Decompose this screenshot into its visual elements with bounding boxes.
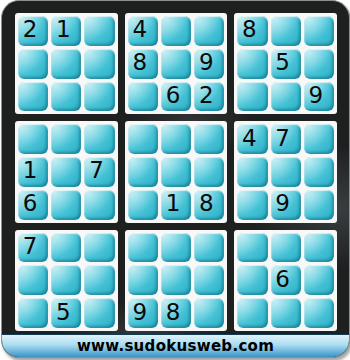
given-digit: 6: [23, 192, 38, 215]
cell-r9c6[interactable]: [194, 298, 224, 328]
given-digit: 9: [275, 192, 290, 215]
given-digit: 8: [166, 301, 181, 324]
sudoku-box-2-2: 18: [125, 121, 228, 222]
cell-r1c7[interactable]: 8: [237, 16, 267, 46]
cell-r6c2[interactable]: [51, 190, 81, 220]
cell-r8c8[interactable]: 6: [271, 265, 301, 295]
given-digit: 2: [199, 84, 214, 107]
cell-r6c3[interactable]: [84, 190, 114, 220]
cell-r1c6[interactable]: [194, 16, 224, 46]
cell-r1c5[interactable]: [161, 16, 191, 46]
given-digit: 9: [132, 301, 147, 324]
given-digit: 7: [275, 127, 290, 150]
given-digit: 5: [275, 51, 290, 74]
cell-r3c3[interactable]: [84, 82, 114, 112]
cell-r3c7[interactable]: [237, 82, 267, 112]
cell-r7c4[interactable]: [128, 233, 158, 263]
cell-r9c9[interactable]: [304, 298, 334, 328]
given-digit: 6: [275, 268, 290, 291]
given-digit: 1: [166, 192, 181, 215]
cell-r2c3[interactable]: [84, 49, 114, 79]
cell-r2c9[interactable]: [304, 49, 334, 79]
cell-r6c9[interactable]: [304, 190, 334, 220]
cell-r9c7[interactable]: [237, 298, 267, 328]
cell-r6c7[interactable]: [237, 190, 267, 220]
cell-r7c9[interactable]: [304, 233, 334, 263]
cell-r4c4[interactable]: [128, 124, 158, 154]
given-digit: 7: [89, 159, 104, 182]
given-digit: 6: [166, 84, 181, 107]
sudoku-box-1-3: 859: [234, 13, 337, 114]
cell-r5c3[interactable]: 7: [84, 157, 114, 187]
cell-r2c6[interactable]: 9: [194, 49, 224, 79]
cell-r2c7[interactable]: [237, 49, 267, 79]
sudoku-grid: 21489628591761847975986: [15, 13, 337, 331]
given-digit: 5: [56, 301, 71, 324]
cell-r4c6[interactable]: [194, 124, 224, 154]
cell-r2c2[interactable]: [51, 49, 81, 79]
cell-r8c6[interactable]: [194, 265, 224, 295]
cell-r9c8[interactable]: [271, 298, 301, 328]
cell-r5c9[interactable]: [304, 157, 334, 187]
cell-r4c8[interactable]: 7: [271, 124, 301, 154]
sudoku-box-2-3: 479: [234, 121, 337, 222]
cell-r3c4[interactable]: [128, 82, 158, 112]
cell-r8c5[interactable]: [161, 265, 191, 295]
cell-r1c8[interactable]: [271, 16, 301, 46]
cell-r1c9[interactable]: [304, 16, 334, 46]
screenshot: 21489628591761847975986 www.sudokusweb.c…: [0, 0, 350, 360]
given-digit: 2: [23, 18, 38, 41]
cell-r5c4[interactable]: [128, 157, 158, 187]
cell-r5c5[interactable]: [161, 157, 191, 187]
footer-bar: www.sudokusweb.com: [2, 334, 349, 357]
sudoku-box-1-1: 21: [15, 13, 118, 114]
cell-r3c8[interactable]: [271, 82, 301, 112]
cell-r6c4[interactable]: [128, 190, 158, 220]
given-digit: 1: [23, 159, 38, 182]
cell-r2c1[interactable]: [18, 49, 48, 79]
given-digit: 9: [199, 51, 214, 74]
cell-r8c2[interactable]: [51, 265, 81, 295]
cell-r2c8[interactable]: 5: [271, 49, 301, 79]
given-digit: 4: [242, 127, 257, 150]
cell-r3c5[interactable]: 6: [161, 82, 191, 112]
cell-r5c8[interactable]: [271, 157, 301, 187]
given-digit: 8: [199, 192, 214, 215]
sudoku-box-3-3: 6: [234, 230, 337, 331]
cell-r5c2[interactable]: [51, 157, 81, 187]
cell-r3c6[interactable]: 2: [194, 82, 224, 112]
given-digit: 8: [242, 18, 257, 41]
cell-r8c3[interactable]: [84, 265, 114, 295]
cell-r4c5[interactable]: [161, 124, 191, 154]
cell-r3c1[interactable]: [18, 82, 48, 112]
cell-r7c8[interactable]: [271, 233, 301, 263]
cell-r8c9[interactable]: [304, 265, 334, 295]
cell-r6c5[interactable]: 1: [161, 190, 191, 220]
given-digit: 8: [132, 51, 147, 74]
cell-r6c8[interactable]: 9: [271, 190, 301, 220]
cell-r4c7[interactable]: 4: [237, 124, 267, 154]
cell-r7c2[interactable]: [51, 233, 81, 263]
cell-r9c4[interactable]: 9: [128, 298, 158, 328]
cell-r5c7[interactable]: [237, 157, 267, 187]
cell-r1c4[interactable]: 4: [128, 16, 158, 46]
sudoku-box-3-1: 75: [15, 230, 118, 331]
cell-r3c2[interactable]: [51, 82, 81, 112]
cell-r6c1[interactable]: 6: [18, 190, 48, 220]
cell-r5c1[interactable]: 1: [18, 157, 48, 187]
cell-r1c2[interactable]: 1: [51, 16, 81, 46]
cell-r8c4[interactable]: [128, 265, 158, 295]
cell-r2c5[interactable]: [161, 49, 191, 79]
cell-r8c7[interactable]: [237, 265, 267, 295]
sudoku-box-3-2: 98: [125, 230, 228, 331]
cell-r3c9[interactable]: 9: [304, 82, 334, 112]
cell-r1c3[interactable]: [84, 16, 114, 46]
cell-r5c6[interactable]: [194, 157, 224, 187]
cell-r7c3[interactable]: [84, 233, 114, 263]
cell-r7c7[interactable]: [237, 233, 267, 263]
sudoku-box-2-1: 176: [15, 121, 118, 222]
cell-r9c3[interactable]: [84, 298, 114, 328]
sudoku-board: 21489628591761847975986 www.sudokusweb.c…: [1, 0, 350, 358]
given-digit: 7: [23, 235, 38, 258]
cell-r9c1[interactable]: [18, 298, 48, 328]
cell-r4c9[interactable]: [304, 124, 334, 154]
cell-r4c2[interactable]: [51, 124, 81, 154]
cell-r2c4[interactable]: 8: [128, 49, 158, 79]
cell-r8c1[interactable]: [18, 265, 48, 295]
cell-r4c3[interactable]: [84, 124, 114, 154]
sudoku-box-1-2: 48962: [125, 13, 228, 114]
given-digit: 4: [132, 18, 147, 41]
given-digit: 9: [309, 84, 324, 107]
cell-r7c5[interactable]: [161, 233, 191, 263]
given-digit: 1: [56, 18, 71, 41]
site-url[interactable]: www.sudokusweb.com: [77, 337, 274, 355]
cell-r4c1[interactable]: [18, 124, 48, 154]
cell-r9c5[interactable]: 8: [161, 298, 191, 328]
cell-r1c1[interactable]: 2: [18, 16, 48, 46]
cell-r6c6[interactable]: 8: [194, 190, 224, 220]
cell-r7c6[interactable]: [194, 233, 224, 263]
cell-r7c1[interactable]: 7: [18, 233, 48, 263]
cell-r9c2[interactable]: 5: [51, 298, 81, 328]
